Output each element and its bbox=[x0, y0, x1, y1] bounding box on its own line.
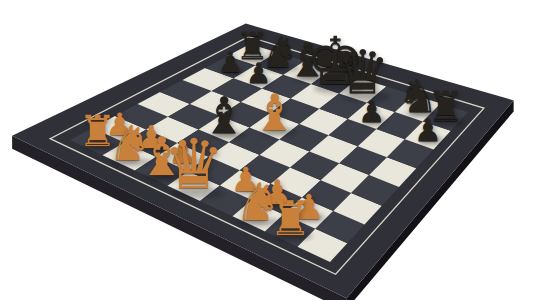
piece-white-bishop-d5[interactable]: ♝ bbox=[252, 88, 297, 138]
piece-black-pawn-a7[interactable]: ♟ bbox=[218, 49, 243, 77]
piece-white-queen-d1[interactable]: ♛ bbox=[163, 130, 225, 199]
piece-black-pawn-h7[interactable]: ♟ bbox=[414, 115, 442, 146]
chess-set-photo: ♜♞♟♝♟♚♛♞♟♜♝♝♟♟♜♟♞♟♝♟♛♟♟♞♜ bbox=[0, 0, 533, 300]
piece-white-rook-g1[interactable]: ♜ bbox=[269, 194, 312, 242]
piece-black-pawn-f7[interactable]: ♟ bbox=[358, 96, 385, 126]
